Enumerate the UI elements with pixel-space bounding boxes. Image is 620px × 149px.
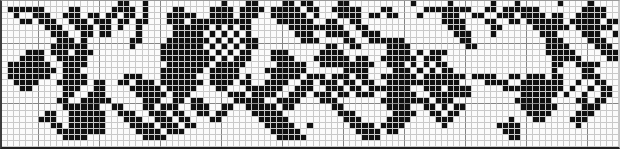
stitch-chart	[0, 0, 620, 149]
grid-cell	[613, 141, 619, 147]
pattern-grid	[0, 0, 620, 149]
